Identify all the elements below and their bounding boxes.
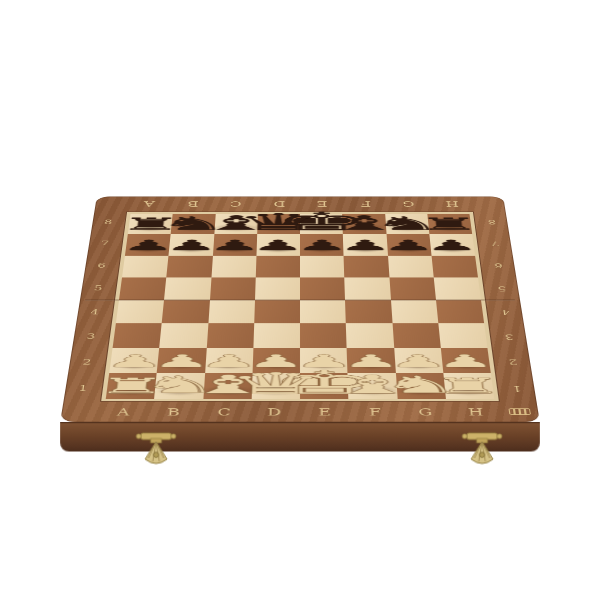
square-c3	[206, 323, 254, 347]
square-c2: ♟	[205, 348, 254, 373]
square-g5	[389, 277, 436, 300]
square-c6	[211, 255, 256, 277]
square-h1: ♜	[443, 373, 494, 399]
square-a2: ♟	[109, 348, 159, 373]
piece-white-queen: ♛	[227, 369, 325, 398]
square-d4	[254, 300, 300, 323]
file-label-top-a: A	[126, 197, 171, 212]
file-label-c: C	[199, 402, 250, 422]
piece-white-rook: ♜	[432, 375, 505, 396]
piece-shadow	[117, 363, 152, 369]
square-b4	[162, 300, 210, 323]
latch-icon	[132, 431, 180, 479]
file-label-b: B	[148, 402, 200, 422]
rank-label-right-1: 1	[496, 375, 536, 402]
square-d2: ♟	[252, 348, 300, 373]
square-c1: ♝	[203, 373, 252, 399]
file-label-a: A	[97, 402, 150, 422]
rank-label-left-1: 1	[63, 375, 103, 402]
playfield-border: ♜♞♝♛♚♝♞♜♟♟♟♟♟♟♟♟♟♟♟♟♟♟♟♟♜♞♝♛♚♝♞♜	[100, 212, 500, 402]
piece-white-bishop: ♝	[185, 372, 270, 397]
square-a3	[113, 323, 162, 347]
rank-label-right-4: 4	[486, 300, 524, 324]
rank-label-left-2: 2	[68, 349, 107, 375]
piece-white-knight: ♞	[139, 373, 219, 397]
latch-icon	[458, 431, 506, 479]
square-b1: ♞	[154, 373, 204, 399]
piece-shadow	[247, 385, 304, 396]
piece-white-pawn: ♟	[199, 352, 258, 369]
file-label-h: H	[450, 402, 503, 422]
square-g4	[391, 300, 439, 323]
square-b6	[167, 255, 213, 277]
piece-shadow	[156, 387, 202, 396]
square-h4	[436, 300, 484, 323]
maker-emblem-icon	[508, 408, 531, 415]
piece-white-rook: ♜	[95, 375, 168, 396]
piece-shadow	[307, 363, 341, 369]
square-e2: ♟	[300, 348, 348, 373]
square-f4	[345, 300, 392, 323]
latch-right	[458, 431, 506, 479]
piece-shadow	[203, 386, 252, 395]
rank-label-right-6: 6	[480, 254, 517, 276]
chess-set-photo: ABCDEFGH 87654321 87654321 ABCDEFGH ♜♞♝♛…	[0, 0, 600, 600]
piece-shadow	[448, 387, 490, 395]
square-g1: ♞	[395, 373, 445, 399]
piece-white-pawn: ♟	[247, 352, 305, 369]
piece-white-bishop: ♝	[330, 372, 415, 397]
square-f2: ♟	[347, 348, 396, 373]
square-d1: ♛	[251, 373, 300, 399]
square-c5	[210, 277, 256, 300]
square-f3	[346, 323, 394, 347]
piece-white-pawn: ♟	[342, 352, 401, 369]
piece-white-pawn: ♟	[152, 352, 212, 369]
square-g3	[392, 323, 440, 347]
rank-label-right-5: 5	[483, 277, 520, 300]
square-f1: ♝	[348, 373, 397, 399]
piece-shadow	[354, 363, 388, 369]
piece-shadow	[402, 363, 436, 369]
piece-white-pawn: ♟	[104, 352, 164, 369]
square-b3	[159, 323, 207, 347]
square-a4	[116, 300, 164, 323]
file-label-e: E	[300, 402, 351, 422]
square-a6	[122, 255, 169, 277]
square-g8: ♞	[385, 214, 429, 235]
square-e7: ♟	[300, 234, 344, 255]
piece-shadow	[259, 363, 293, 369]
rank-label-right-7: 7	[477, 233, 513, 255]
square-b8: ♞	[171, 214, 215, 235]
square-b2: ♟	[157, 348, 206, 373]
file-labels-bottom: ABCDEFGH	[97, 402, 503, 422]
piece-white-pawn: ♟	[295, 352, 353, 369]
rank-label-right-3: 3	[489, 324, 528, 349]
rank-label-left-3: 3	[72, 324, 111, 349]
square-d3	[253, 323, 300, 347]
square-a1: ♜	[106, 373, 157, 399]
rank-label-left-5: 5	[80, 277, 117, 300]
playfield: ♜♞♝♛♚♝♞♜♟♟♟♟♟♟♟♟♟♟♟♟♟♟♟♟♜♞♝♛♚♝♞♜	[106, 214, 494, 399]
file-label-top-g: G	[386, 197, 430, 212]
rank-label-left-7: 7	[87, 233, 123, 255]
square-e4	[300, 300, 346, 323]
piece-shadow	[293, 384, 355, 396]
square-h7: ♟	[429, 234, 475, 255]
square-f5	[344, 277, 390, 300]
piece-white-knight: ♞	[381, 373, 461, 397]
square-e3	[300, 323, 347, 347]
square-e5	[300, 277, 345, 300]
square-e1: ♚	[300, 373, 349, 399]
square-h6	[431, 255, 478, 277]
square-d7: ♟	[256, 234, 300, 255]
file-label-f: F	[350, 402, 401, 422]
rank-label-right-2: 2	[493, 349, 532, 375]
rank-label-left-6: 6	[84, 254, 121, 276]
piece-white-pawn: ♟	[436, 352, 496, 369]
piece-shadow	[212, 363, 246, 369]
square-a5	[119, 277, 167, 300]
latch-left	[132, 431, 180, 479]
piece-shadow	[110, 387, 152, 395]
piece-white-pawn: ♟	[389, 352, 449, 369]
rank-label-left-4: 4	[76, 300, 114, 324]
square-e6	[300, 255, 344, 277]
square-g6	[388, 255, 434, 277]
perspective-wrapper: ABCDEFGH 87654321 87654321 ABCDEFGH ♜♞♝♛…	[0, 0, 600, 600]
square-d5	[255, 277, 300, 300]
square-b5	[164, 277, 211, 300]
piece-shadow	[449, 363, 484, 369]
file-label-top-b: B	[170, 197, 214, 212]
square-d6	[256, 255, 300, 277]
square-c4	[208, 300, 255, 323]
piece-shadow	[164, 363, 198, 369]
file-label-g: G	[400, 402, 452, 422]
square-g2: ♟	[394, 348, 443, 373]
square-h2: ♟	[441, 348, 491, 373]
file-label-top-h: H	[429, 197, 474, 212]
chess-board: ABCDEFGH 87654321 87654321 ABCDEFGH ♜♞♝♛…	[60, 197, 540, 423]
square-h3	[438, 323, 487, 347]
square-f6	[344, 255, 389, 277]
file-label-d: D	[249, 402, 300, 422]
board-front-edge	[60, 422, 540, 451]
piece-shadow	[348, 386, 397, 395]
piece-shadow	[398, 387, 444, 396]
piece-white-king: ♚	[270, 367, 378, 399]
square-h5	[433, 277, 481, 300]
